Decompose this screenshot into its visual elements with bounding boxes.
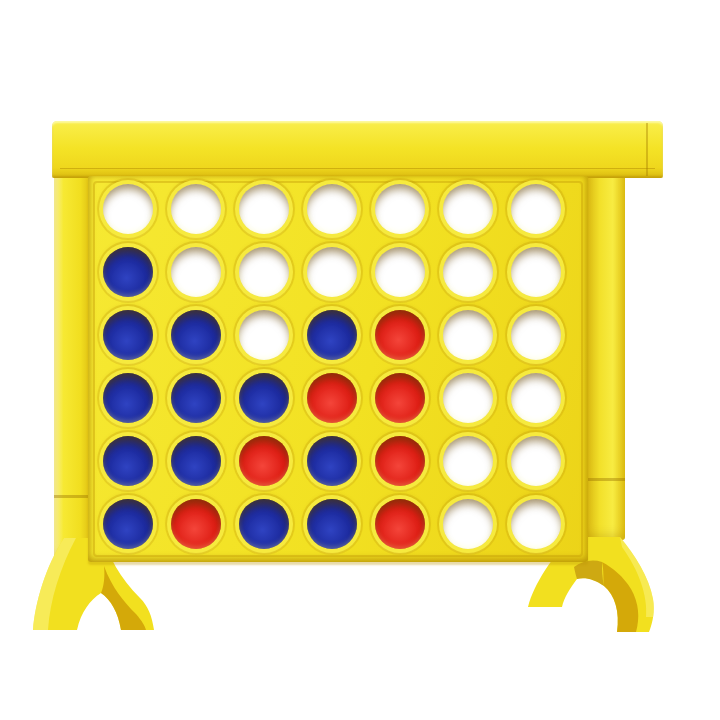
blue-disc — [307, 310, 357, 360]
blue-disc — [239, 499, 289, 549]
board-cell[interactable] — [94, 493, 162, 556]
blue-disc — [307, 436, 357, 486]
board-cell[interactable] — [162, 241, 230, 304]
blue-disc — [103, 373, 153, 423]
empty-hole — [307, 247, 357, 297]
board-cell[interactable] — [298, 367, 366, 430]
board-grid — [94, 178, 570, 556]
empty-hole — [239, 310, 289, 360]
board-cell[interactable] — [502, 430, 570, 493]
empty-hole — [443, 184, 493, 234]
empty-hole — [443, 373, 493, 423]
right-rail-seam — [584, 478, 625, 481]
board-cell[interactable] — [434, 304, 502, 367]
board-cell[interactable] — [230, 304, 298, 367]
empty-hole — [239, 247, 289, 297]
blue-disc — [171, 436, 221, 486]
board-cell[interactable] — [298, 241, 366, 304]
connect-four-stand — [0, 0, 720, 720]
board-cell[interactable] — [298, 304, 366, 367]
board-cell[interactable] — [434, 241, 502, 304]
board-cell[interactable] — [502, 304, 570, 367]
empty-hole — [171, 247, 221, 297]
empty-hole — [511, 310, 561, 360]
board-cell[interactable] — [502, 178, 570, 241]
right-rail — [584, 126, 625, 540]
board-cell[interactable] — [230, 178, 298, 241]
blue-disc — [103, 310, 153, 360]
board-cell[interactable] — [298, 493, 366, 556]
board-cell[interactable] — [298, 430, 366, 493]
empty-hole — [375, 247, 425, 297]
blue-disc — [239, 373, 289, 423]
blue-disc — [103, 247, 153, 297]
board-cell[interactable] — [298, 178, 366, 241]
red-disc — [171, 499, 221, 549]
red-disc — [239, 436, 289, 486]
board-cell[interactable] — [502, 493, 570, 556]
red-disc — [375, 436, 425, 486]
empty-hole — [443, 310, 493, 360]
board-cell[interactable] — [94, 430, 162, 493]
blue-disc — [307, 499, 357, 549]
board-cell[interactable] — [434, 493, 502, 556]
empty-hole — [103, 184, 153, 234]
empty-hole — [511, 436, 561, 486]
empty-hole — [239, 184, 289, 234]
red-disc — [375, 373, 425, 423]
red-disc — [375, 310, 425, 360]
top-bar — [52, 121, 663, 178]
board-cell[interactable] — [502, 367, 570, 430]
board-cell[interactable] — [162, 430, 230, 493]
board-cell[interactable] — [434, 430, 502, 493]
empty-hole — [511, 499, 561, 549]
board-cell[interactable] — [162, 178, 230, 241]
board-cell[interactable] — [230, 493, 298, 556]
empty-hole — [307, 184, 357, 234]
empty-hole — [443, 436, 493, 486]
empty-hole — [443, 247, 493, 297]
board-cell[interactable] — [366, 304, 434, 367]
board-cell[interactable] — [230, 367, 298, 430]
empty-hole — [443, 499, 493, 549]
empty-hole — [171, 184, 221, 234]
blue-disc — [171, 373, 221, 423]
board-cell[interactable] — [94, 241, 162, 304]
board-cell[interactable] — [434, 367, 502, 430]
board-cell[interactable] — [502, 241, 570, 304]
board-cell[interactable] — [366, 367, 434, 430]
blue-disc — [103, 499, 153, 549]
blue-disc — [103, 436, 153, 486]
board-cell[interactable] — [366, 430, 434, 493]
red-disc — [375, 499, 425, 549]
red-disc — [307, 373, 357, 423]
board-cell[interactable] — [230, 430, 298, 493]
board-cell[interactable] — [162, 304, 230, 367]
board-cell[interactable] — [230, 241, 298, 304]
board-cell[interactable] — [434, 178, 502, 241]
empty-hole — [511, 373, 561, 423]
board-cell[interactable] — [366, 493, 434, 556]
board-cell[interactable] — [94, 178, 162, 241]
board-panel — [88, 176, 588, 562]
board-cell[interactable] — [94, 367, 162, 430]
empty-hole — [511, 184, 561, 234]
board-cell[interactable] — [94, 304, 162, 367]
board-cell[interactable] — [162, 493, 230, 556]
empty-hole — [511, 247, 561, 297]
board-cell[interactable] — [162, 367, 230, 430]
board-cell[interactable] — [366, 178, 434, 241]
blue-disc — [171, 310, 221, 360]
board-cell[interactable] — [366, 241, 434, 304]
empty-hole — [375, 184, 425, 234]
